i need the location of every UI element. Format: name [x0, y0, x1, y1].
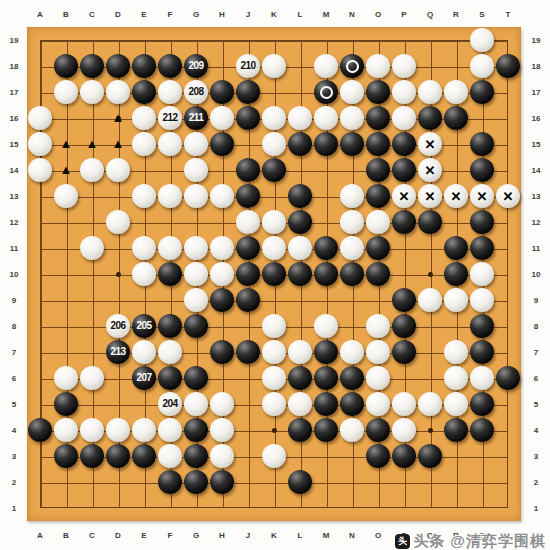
point-K9[interactable]	[261, 287, 287, 313]
point-N9[interactable]	[339, 287, 365, 313]
point-H15[interactable]	[209, 131, 235, 157]
point-S7[interactable]	[469, 339, 495, 365]
point-F15[interactable]	[157, 131, 183, 157]
point-H6[interactable]	[209, 365, 235, 391]
point-M5[interactable]	[313, 391, 339, 417]
point-R12[interactable]	[443, 209, 469, 235]
point-N16[interactable]	[339, 105, 365, 131]
point-F16[interactable]: 212	[157, 105, 183, 131]
point-T8[interactable]	[495, 313, 521, 339]
point-S5[interactable]	[469, 391, 495, 417]
point-C1[interactable]	[79, 495, 105, 521]
point-T2[interactable]	[495, 469, 521, 495]
point-Q9[interactable]	[417, 287, 443, 313]
point-F2[interactable]	[157, 469, 183, 495]
point-C13[interactable]	[79, 183, 105, 209]
point-D14[interactable]	[105, 157, 131, 183]
point-D10[interactable]	[105, 261, 131, 287]
point-P10[interactable]	[391, 261, 417, 287]
point-S17[interactable]	[469, 79, 495, 105]
point-B7[interactable]	[53, 339, 79, 365]
point-T12[interactable]	[495, 209, 521, 235]
point-E6[interactable]: 207	[131, 365, 157, 391]
point-G17[interactable]: 208	[183, 79, 209, 105]
point-L3[interactable]	[287, 443, 313, 469]
point-Q6[interactable]	[417, 365, 443, 391]
point-A14[interactable]	[27, 157, 53, 183]
point-C10[interactable]	[79, 261, 105, 287]
point-N11[interactable]	[339, 235, 365, 261]
point-M10[interactable]	[313, 261, 339, 287]
point-E18[interactable]	[131, 53, 157, 79]
point-M4[interactable]	[313, 417, 339, 443]
point-G7[interactable]	[183, 339, 209, 365]
point-N14[interactable]	[339, 157, 365, 183]
point-T19[interactable]	[495, 27, 521, 53]
point-R19[interactable]	[443, 27, 469, 53]
point-T15[interactable]	[495, 131, 521, 157]
point-L13[interactable]	[287, 183, 313, 209]
point-B5[interactable]	[53, 391, 79, 417]
point-O17[interactable]	[365, 79, 391, 105]
point-E9[interactable]	[131, 287, 157, 313]
point-E5[interactable]	[131, 391, 157, 417]
point-C3[interactable]	[79, 443, 105, 469]
point-M2[interactable]	[313, 469, 339, 495]
point-B10[interactable]	[53, 261, 79, 287]
point-O4[interactable]	[365, 417, 391, 443]
point-S10[interactable]	[469, 261, 495, 287]
point-N2[interactable]	[339, 469, 365, 495]
point-E14[interactable]	[131, 157, 157, 183]
point-R18[interactable]	[443, 53, 469, 79]
point-D4[interactable]	[105, 417, 131, 443]
point-D18[interactable]	[105, 53, 131, 79]
point-A7[interactable]	[27, 339, 53, 365]
point-R10[interactable]	[443, 261, 469, 287]
point-S13[interactable]: ✕	[469, 183, 495, 209]
point-J9[interactable]	[235, 287, 261, 313]
point-J7[interactable]	[235, 339, 261, 365]
point-A18[interactable]	[27, 53, 53, 79]
point-G9[interactable]	[183, 287, 209, 313]
point-B16[interactable]	[53, 105, 79, 131]
point-T9[interactable]	[495, 287, 521, 313]
point-D2[interactable]	[105, 469, 131, 495]
point-A6[interactable]	[27, 365, 53, 391]
point-O6[interactable]	[365, 365, 391, 391]
point-K13[interactable]	[261, 183, 287, 209]
point-H10[interactable]	[209, 261, 235, 287]
point-Q11[interactable]	[417, 235, 443, 261]
point-J15[interactable]	[235, 131, 261, 157]
point-O10[interactable]	[365, 261, 391, 287]
point-L6[interactable]	[287, 365, 313, 391]
point-Q8[interactable]	[417, 313, 443, 339]
point-R6[interactable]	[443, 365, 469, 391]
point-C18[interactable]	[79, 53, 105, 79]
point-K14[interactable]	[261, 157, 287, 183]
point-M9[interactable]	[313, 287, 339, 313]
point-G1[interactable]	[183, 495, 209, 521]
point-F5[interactable]: 204	[157, 391, 183, 417]
point-R8[interactable]	[443, 313, 469, 339]
point-S6[interactable]	[469, 365, 495, 391]
point-R5[interactable]	[443, 391, 469, 417]
point-N5[interactable]	[339, 391, 365, 417]
point-T1[interactable]	[495, 495, 521, 521]
point-M14[interactable]	[313, 157, 339, 183]
point-Q13[interactable]: ✕	[417, 183, 443, 209]
point-S12[interactable]	[469, 209, 495, 235]
point-D7[interactable]: 213	[105, 339, 131, 365]
point-L2[interactable]	[287, 469, 313, 495]
point-A10[interactable]	[27, 261, 53, 287]
point-T5[interactable]	[495, 391, 521, 417]
point-A9[interactable]	[27, 287, 53, 313]
point-L5[interactable]	[287, 391, 313, 417]
point-M3[interactable]	[313, 443, 339, 469]
point-C2[interactable]	[79, 469, 105, 495]
point-T6[interactable]	[495, 365, 521, 391]
point-B15[interactable]: ▲	[53, 131, 79, 157]
point-M15[interactable]	[313, 131, 339, 157]
point-O19[interactable]	[365, 27, 391, 53]
point-A15[interactable]	[27, 131, 53, 157]
point-N19[interactable]	[339, 27, 365, 53]
point-G10[interactable]	[183, 261, 209, 287]
point-M1[interactable]	[313, 495, 339, 521]
point-E16[interactable]	[131, 105, 157, 131]
point-L12[interactable]	[287, 209, 313, 235]
point-A4[interactable]	[27, 417, 53, 443]
point-F13[interactable]	[157, 183, 183, 209]
point-C19[interactable]	[79, 27, 105, 53]
point-K11[interactable]	[261, 235, 287, 261]
point-P16[interactable]	[391, 105, 417, 131]
point-L10[interactable]	[287, 261, 313, 287]
point-O16[interactable]	[365, 105, 391, 131]
point-M11[interactable]	[313, 235, 339, 261]
point-L19[interactable]	[287, 27, 313, 53]
point-Q10[interactable]	[417, 261, 443, 287]
point-K3[interactable]	[261, 443, 287, 469]
point-F6[interactable]	[157, 365, 183, 391]
point-P7[interactable]	[391, 339, 417, 365]
point-O12[interactable]	[365, 209, 391, 235]
point-O9[interactable]	[365, 287, 391, 313]
point-N1[interactable]	[339, 495, 365, 521]
point-N3[interactable]	[339, 443, 365, 469]
point-H4[interactable]	[209, 417, 235, 443]
point-C6[interactable]	[79, 365, 105, 391]
point-D1[interactable]	[105, 495, 131, 521]
point-A8[interactable]	[27, 313, 53, 339]
point-D19[interactable]	[105, 27, 131, 53]
point-E17[interactable]	[131, 79, 157, 105]
point-S11[interactable]	[469, 235, 495, 261]
point-E3[interactable]	[131, 443, 157, 469]
point-S14[interactable]	[469, 157, 495, 183]
point-H12[interactable]	[209, 209, 235, 235]
point-K15[interactable]	[261, 131, 287, 157]
point-G6[interactable]	[183, 365, 209, 391]
point-L15[interactable]	[287, 131, 313, 157]
point-Q3[interactable]	[417, 443, 443, 469]
point-J3[interactable]	[235, 443, 261, 469]
point-L16[interactable]	[287, 105, 313, 131]
point-O13[interactable]	[365, 183, 391, 209]
point-E2[interactable]	[131, 469, 157, 495]
point-B12[interactable]	[53, 209, 79, 235]
point-F1[interactable]	[157, 495, 183, 521]
point-J2[interactable]	[235, 469, 261, 495]
point-M13[interactable]	[313, 183, 339, 209]
point-N7[interactable]	[339, 339, 365, 365]
point-P13[interactable]: ✕	[391, 183, 417, 209]
point-K10[interactable]	[261, 261, 287, 287]
point-O1[interactable]	[365, 495, 391, 521]
point-R15[interactable]	[443, 131, 469, 157]
point-E15[interactable]	[131, 131, 157, 157]
point-K19[interactable]	[261, 27, 287, 53]
point-M19[interactable]	[313, 27, 339, 53]
point-B8[interactable]	[53, 313, 79, 339]
point-S15[interactable]	[469, 131, 495, 157]
point-P11[interactable]	[391, 235, 417, 261]
point-H11[interactable]	[209, 235, 235, 261]
point-J19[interactable]	[235, 27, 261, 53]
point-D11[interactable]	[105, 235, 131, 261]
point-B9[interactable]	[53, 287, 79, 313]
point-G15[interactable]	[183, 131, 209, 157]
point-S19[interactable]	[469, 27, 495, 53]
point-Q14[interactable]: ✕	[417, 157, 443, 183]
point-G2[interactable]	[183, 469, 209, 495]
point-M8[interactable]	[313, 313, 339, 339]
point-Q7[interactable]	[417, 339, 443, 365]
point-N18[interactable]	[339, 53, 365, 79]
point-S8[interactable]	[469, 313, 495, 339]
point-T14[interactable]	[495, 157, 521, 183]
point-E8[interactable]: 205	[131, 313, 157, 339]
point-J13[interactable]	[235, 183, 261, 209]
point-S1[interactable]	[469, 495, 495, 521]
point-H1[interactable]	[209, 495, 235, 521]
point-M12[interactable]	[313, 209, 339, 235]
point-D16[interactable]: ▲	[105, 105, 131, 131]
point-J16[interactable]	[235, 105, 261, 131]
point-A3[interactable]	[27, 443, 53, 469]
point-Q16[interactable]	[417, 105, 443, 131]
point-F18[interactable]	[157, 53, 183, 79]
point-N15[interactable]	[339, 131, 365, 157]
point-P14[interactable]	[391, 157, 417, 183]
point-L8[interactable]	[287, 313, 313, 339]
point-D13[interactable]	[105, 183, 131, 209]
point-S4[interactable]	[469, 417, 495, 443]
point-T18[interactable]	[495, 53, 521, 79]
point-B11[interactable]	[53, 235, 79, 261]
point-G12[interactable]	[183, 209, 209, 235]
point-T11[interactable]	[495, 235, 521, 261]
point-K7[interactable]	[261, 339, 287, 365]
point-S2[interactable]	[469, 469, 495, 495]
point-N13[interactable]	[339, 183, 365, 209]
point-L14[interactable]	[287, 157, 313, 183]
point-B6[interactable]	[53, 365, 79, 391]
point-P2[interactable]	[391, 469, 417, 495]
point-B1[interactable]	[53, 495, 79, 521]
point-R1[interactable]	[443, 495, 469, 521]
point-G16[interactable]: 211	[183, 105, 209, 131]
point-N6[interactable]	[339, 365, 365, 391]
point-E7[interactable]	[131, 339, 157, 365]
point-F17[interactable]	[157, 79, 183, 105]
point-J5[interactable]	[235, 391, 261, 417]
point-G3[interactable]	[183, 443, 209, 469]
point-L7[interactable]	[287, 339, 313, 365]
point-R9[interactable]	[443, 287, 469, 313]
point-D8[interactable]: 206	[105, 313, 131, 339]
point-P9[interactable]	[391, 287, 417, 313]
point-S3[interactable]	[469, 443, 495, 469]
point-Q4[interactable]	[417, 417, 443, 443]
point-L9[interactable]	[287, 287, 313, 313]
point-H17[interactable]	[209, 79, 235, 105]
point-D15[interactable]: ▲	[105, 131, 131, 157]
point-P4[interactable]	[391, 417, 417, 443]
point-T16[interactable]	[495, 105, 521, 131]
point-C14[interactable]	[79, 157, 105, 183]
point-L17[interactable]	[287, 79, 313, 105]
point-G11[interactable]	[183, 235, 209, 261]
point-Q19[interactable]	[417, 27, 443, 53]
point-J10[interactable]	[235, 261, 261, 287]
point-C15[interactable]: ▲	[79, 131, 105, 157]
point-H13[interactable]	[209, 183, 235, 209]
point-K16[interactable]	[261, 105, 287, 131]
point-F8[interactable]	[157, 313, 183, 339]
point-J14[interactable]	[235, 157, 261, 183]
point-A2[interactable]	[27, 469, 53, 495]
point-B2[interactable]	[53, 469, 79, 495]
point-O2[interactable]	[365, 469, 391, 495]
point-G18[interactable]: 209	[183, 53, 209, 79]
point-P8[interactable]	[391, 313, 417, 339]
point-G4[interactable]	[183, 417, 209, 443]
point-G13[interactable]	[183, 183, 209, 209]
point-B4[interactable]	[53, 417, 79, 443]
point-F12[interactable]	[157, 209, 183, 235]
point-A12[interactable]	[27, 209, 53, 235]
point-M18[interactable]	[313, 53, 339, 79]
point-Q5[interactable]	[417, 391, 443, 417]
point-R17[interactable]	[443, 79, 469, 105]
point-A17[interactable]	[27, 79, 53, 105]
point-Q12[interactable]	[417, 209, 443, 235]
point-J17[interactable]	[235, 79, 261, 105]
point-Q1[interactable]	[417, 495, 443, 521]
point-F19[interactable]	[157, 27, 183, 53]
point-B14[interactable]: ▲	[53, 157, 79, 183]
point-T4[interactable]	[495, 417, 521, 443]
point-D9[interactable]	[105, 287, 131, 313]
point-M17[interactable]	[313, 79, 339, 105]
point-C16[interactable]	[79, 105, 105, 131]
point-B17[interactable]	[53, 79, 79, 105]
point-P1[interactable]	[391, 495, 417, 521]
point-P15[interactable]	[391, 131, 417, 157]
point-O5[interactable]	[365, 391, 391, 417]
point-D3[interactable]	[105, 443, 131, 469]
point-T13[interactable]: ✕	[495, 183, 521, 209]
point-R4[interactable]	[443, 417, 469, 443]
point-H19[interactable]	[209, 27, 235, 53]
point-C4[interactable]	[79, 417, 105, 443]
point-K2[interactable]	[261, 469, 287, 495]
point-M6[interactable]	[313, 365, 339, 391]
point-O15[interactable]	[365, 131, 391, 157]
point-R7[interactable]	[443, 339, 469, 365]
point-P18[interactable]	[391, 53, 417, 79]
point-O14[interactable]	[365, 157, 391, 183]
point-E4[interactable]	[131, 417, 157, 443]
point-H7[interactable]	[209, 339, 235, 365]
point-H9[interactable]	[209, 287, 235, 313]
point-E10[interactable]	[131, 261, 157, 287]
point-P3[interactable]	[391, 443, 417, 469]
point-Q17[interactable]	[417, 79, 443, 105]
point-K1[interactable]	[261, 495, 287, 521]
point-N4[interactable]	[339, 417, 365, 443]
point-O11[interactable]	[365, 235, 391, 261]
point-L18[interactable]	[287, 53, 313, 79]
point-B13[interactable]	[53, 183, 79, 209]
point-N17[interactable]	[339, 79, 365, 105]
point-S18[interactable]	[469, 53, 495, 79]
point-G8[interactable]	[183, 313, 209, 339]
point-M7[interactable]	[313, 339, 339, 365]
point-G14[interactable]	[183, 157, 209, 183]
point-K8[interactable]	[261, 313, 287, 339]
point-C5[interactable]	[79, 391, 105, 417]
point-O7[interactable]	[365, 339, 391, 365]
point-J18[interactable]: 210	[235, 53, 261, 79]
point-H2[interactable]	[209, 469, 235, 495]
point-F4[interactable]	[157, 417, 183, 443]
point-O8[interactable]	[365, 313, 391, 339]
point-R2[interactable]	[443, 469, 469, 495]
point-J12[interactable]	[235, 209, 261, 235]
point-H8[interactable]	[209, 313, 235, 339]
point-E1[interactable]	[131, 495, 157, 521]
point-T7[interactable]	[495, 339, 521, 365]
point-A1[interactable]	[27, 495, 53, 521]
point-S16[interactable]	[469, 105, 495, 131]
point-D12[interactable]	[105, 209, 131, 235]
point-H16[interactable]	[209, 105, 235, 131]
point-A16[interactable]	[27, 105, 53, 131]
point-C12[interactable]	[79, 209, 105, 235]
point-D17[interactable]	[105, 79, 131, 105]
point-L11[interactable]	[287, 235, 313, 261]
point-T17[interactable]	[495, 79, 521, 105]
point-R11[interactable]	[443, 235, 469, 261]
point-O3[interactable]	[365, 443, 391, 469]
point-J8[interactable]	[235, 313, 261, 339]
point-C11[interactable]	[79, 235, 105, 261]
